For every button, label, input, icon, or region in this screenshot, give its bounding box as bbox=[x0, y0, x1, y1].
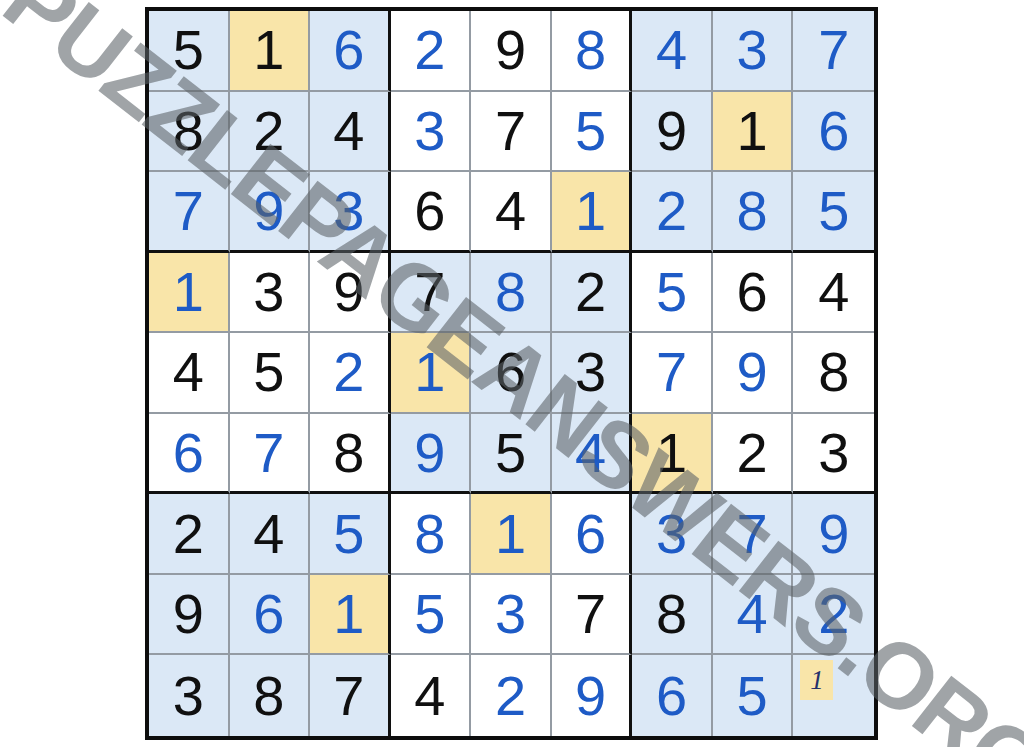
cell-r3c5: 4 bbox=[471, 172, 552, 253]
cell-r9c2: 8 bbox=[230, 655, 311, 736]
digit: 1 bbox=[737, 103, 768, 159]
cell-r6c6: 4 bbox=[552, 414, 633, 495]
cell-r6c2: 7 bbox=[230, 414, 311, 495]
digit: 8 bbox=[575, 22, 606, 78]
cell-r7c5: 1 bbox=[471, 494, 552, 575]
digit: 8 bbox=[656, 586, 687, 642]
cell-r8c6: 7 bbox=[552, 575, 633, 656]
cell-r4c2: 3 bbox=[230, 253, 311, 334]
cell-r6c7: 1 bbox=[632, 414, 713, 495]
cell-r2c3: 4 bbox=[310, 92, 391, 173]
cell-r9c1: 3 bbox=[149, 655, 230, 736]
cell-r3c7: 2 bbox=[632, 172, 713, 253]
digit: 9 bbox=[495, 22, 526, 78]
cell-r5c5: 6 bbox=[471, 333, 552, 414]
cell-r5c7: 7 bbox=[632, 333, 713, 414]
cell-r9c9: 1 bbox=[793, 655, 874, 736]
cell-r1c9: 7 bbox=[793, 11, 874, 92]
digit: 8 bbox=[414, 506, 445, 562]
cell-r6c8: 2 bbox=[713, 414, 794, 495]
cell-r3c8: 8 bbox=[713, 172, 794, 253]
digit: 3 bbox=[414, 103, 445, 159]
cell-r4c1: 1 bbox=[149, 253, 230, 334]
digit: 5 bbox=[818, 183, 849, 239]
digit: 9 bbox=[737, 344, 768, 400]
cell-r9c8: 5 bbox=[713, 655, 794, 736]
cell-r3c3: 3 bbox=[310, 172, 391, 253]
cell-r3c2: 9 bbox=[230, 172, 311, 253]
digit: 9 bbox=[414, 425, 445, 481]
digit: 9 bbox=[818, 506, 849, 562]
cell-r9c7: 6 bbox=[632, 655, 713, 736]
cell-r2c1: 8 bbox=[149, 92, 230, 173]
digit: 4 bbox=[414, 668, 445, 724]
cell-r7c9: 9 bbox=[793, 494, 874, 575]
digit: 6 bbox=[818, 103, 849, 159]
cell-r4c5: 8 bbox=[471, 253, 552, 334]
digit: 4 bbox=[333, 103, 364, 159]
cell-r4c4: 7 bbox=[391, 253, 472, 334]
digit: 3 bbox=[253, 264, 284, 320]
digit: 7 bbox=[818, 22, 849, 78]
digit: 7 bbox=[737, 506, 768, 562]
cell-r7c7: 3 bbox=[632, 494, 713, 575]
cell-r2c2: 2 bbox=[230, 92, 311, 173]
digit: 2 bbox=[737, 425, 768, 481]
digit: 2 bbox=[495, 668, 526, 724]
cell-r2c4: 3 bbox=[391, 92, 472, 173]
digit: 6 bbox=[173, 425, 204, 481]
cell-r8c9: 2 bbox=[793, 575, 874, 656]
digit: 3 bbox=[495, 586, 526, 642]
digit: 4 bbox=[575, 425, 606, 481]
digit: 1 bbox=[495, 506, 526, 562]
digit: 6 bbox=[414, 183, 445, 239]
digit: 5 bbox=[656, 264, 687, 320]
cell-r8c4: 5 bbox=[391, 575, 472, 656]
digit: 5 bbox=[495, 425, 526, 481]
cell-r4c9: 4 bbox=[793, 253, 874, 334]
digit: 5 bbox=[253, 344, 284, 400]
cell-r2c6: 5 bbox=[552, 92, 633, 173]
digit: 1 bbox=[575, 183, 606, 239]
cell-r3c1: 7 bbox=[149, 172, 230, 253]
cell-r7c8: 7 bbox=[713, 494, 794, 575]
cell-r1c8: 3 bbox=[713, 11, 794, 92]
digit: 5 bbox=[737, 668, 768, 724]
cell-r7c2: 4 bbox=[230, 494, 311, 575]
digit: 5 bbox=[575, 103, 606, 159]
digit: 2 bbox=[414, 22, 445, 78]
cell-r1c1: 5 bbox=[149, 11, 230, 92]
cell-r1c6: 8 bbox=[552, 11, 633, 92]
digit: 1 bbox=[414, 344, 445, 400]
cell-r6c5: 5 bbox=[471, 414, 552, 495]
digit: 3 bbox=[575, 344, 606, 400]
digit: 7 bbox=[575, 586, 606, 642]
digit: 7 bbox=[253, 425, 284, 481]
digit: 6 bbox=[737, 264, 768, 320]
cell-r4c7: 5 bbox=[632, 253, 713, 334]
cell-r1c7: 4 bbox=[632, 11, 713, 92]
cell-r5c8: 9 bbox=[713, 333, 794, 414]
cell-r5c2: 5 bbox=[230, 333, 311, 414]
digit: 3 bbox=[656, 506, 687, 562]
cell-r7c6: 6 bbox=[552, 494, 633, 575]
digit: 9 bbox=[173, 586, 204, 642]
digit: 8 bbox=[173, 103, 204, 159]
cell-r4c3: 9 bbox=[310, 253, 391, 334]
cell-r5c9: 8 bbox=[793, 333, 874, 414]
digit: 6 bbox=[575, 506, 606, 562]
cell-r7c4: 8 bbox=[391, 494, 472, 575]
cell-r2c5: 7 bbox=[471, 92, 552, 173]
digit: 2 bbox=[333, 344, 364, 400]
cell-r9c4: 4 bbox=[391, 655, 472, 736]
cell-r3c6: 1 bbox=[552, 172, 633, 253]
digit: 3 bbox=[818, 425, 849, 481]
digit: 9 bbox=[333, 264, 364, 320]
digit: 1 bbox=[253, 22, 284, 78]
cell-r8c7: 8 bbox=[632, 575, 713, 656]
cell-r7c1: 2 bbox=[149, 494, 230, 575]
cell-r3c4: 6 bbox=[391, 172, 472, 253]
digit: 9 bbox=[656, 103, 687, 159]
cell-r9c3: 7 bbox=[310, 655, 391, 736]
cell-r5c1: 4 bbox=[149, 333, 230, 414]
cell-r1c2: 1 bbox=[230, 11, 311, 92]
digit: 2 bbox=[253, 103, 284, 159]
cell-r5c3: 2 bbox=[310, 333, 391, 414]
digit: 6 bbox=[495, 344, 526, 400]
digit: 2 bbox=[818, 586, 849, 642]
digit: 7 bbox=[495, 103, 526, 159]
cell-r8c8: 4 bbox=[713, 575, 794, 656]
pencil-mark-highlight: 1 bbox=[800, 660, 833, 700]
digit: 4 bbox=[495, 183, 526, 239]
cell-r4c6: 2 bbox=[552, 253, 633, 334]
cell-r8c5: 3 bbox=[471, 575, 552, 656]
cell-r9c6: 9 bbox=[552, 655, 633, 736]
digit: 3 bbox=[737, 22, 768, 78]
digit: 7 bbox=[173, 183, 204, 239]
digit: 6 bbox=[253, 586, 284, 642]
digit: 3 bbox=[173, 668, 204, 724]
digit: 2 bbox=[173, 506, 204, 562]
page: 5162984378243759167936412851397825644521… bbox=[0, 0, 1024, 747]
cell-r6c3: 8 bbox=[310, 414, 391, 495]
cell-r1c5: 9 bbox=[471, 11, 552, 92]
cell-r6c9: 3 bbox=[793, 414, 874, 495]
digit: 7 bbox=[414, 264, 445, 320]
cell-r2c8: 1 bbox=[713, 92, 794, 173]
cell-r5c4: 1 bbox=[391, 333, 472, 414]
cell-r2c7: 9 bbox=[632, 92, 713, 173]
cell-r1c4: 2 bbox=[391, 11, 472, 92]
digit: 8 bbox=[737, 183, 768, 239]
digit: 5 bbox=[333, 506, 364, 562]
pencil-mark-value: 1 bbox=[810, 667, 824, 694]
digit: 5 bbox=[414, 586, 445, 642]
cell-r9c5: 2 bbox=[471, 655, 552, 736]
digit: 6 bbox=[333, 22, 364, 78]
digit: 8 bbox=[253, 668, 284, 724]
digit: 8 bbox=[495, 264, 526, 320]
cell-r8c3: 1 bbox=[310, 575, 391, 656]
digit: 3 bbox=[333, 183, 364, 239]
digit: 1 bbox=[173, 264, 204, 320]
sudoku-board: 5162984378243759167936412851397825644521… bbox=[145, 7, 878, 740]
cell-r2c9: 6 bbox=[793, 92, 874, 173]
cell-r4c8: 6 bbox=[713, 253, 794, 334]
digit: 1 bbox=[333, 586, 364, 642]
cell-r5c6: 3 bbox=[552, 333, 633, 414]
digit: 7 bbox=[656, 344, 687, 400]
digit: 4 bbox=[253, 506, 284, 562]
digit: 8 bbox=[333, 425, 364, 481]
digit: 8 bbox=[818, 344, 849, 400]
cell-r8c2: 6 bbox=[230, 575, 311, 656]
digit: 4 bbox=[737, 586, 768, 642]
cell-r8c1: 9 bbox=[149, 575, 230, 656]
digit: 4 bbox=[818, 264, 849, 320]
digit: 9 bbox=[253, 183, 284, 239]
digit: 2 bbox=[575, 264, 606, 320]
digit: 9 bbox=[575, 668, 606, 724]
digit: 4 bbox=[656, 22, 687, 78]
cell-r6c4: 9 bbox=[391, 414, 472, 495]
cell-r6c1: 6 bbox=[149, 414, 230, 495]
cell-r7c3: 5 bbox=[310, 494, 391, 575]
cell-r1c3: 6 bbox=[310, 11, 391, 92]
digit: 4 bbox=[173, 344, 204, 400]
digit: 2 bbox=[656, 183, 687, 239]
digit: 1 bbox=[656, 425, 687, 481]
digit: 6 bbox=[656, 668, 687, 724]
digit: 7 bbox=[333, 668, 364, 724]
cell-r3c9: 5 bbox=[793, 172, 874, 253]
digit: 5 bbox=[173, 22, 204, 78]
